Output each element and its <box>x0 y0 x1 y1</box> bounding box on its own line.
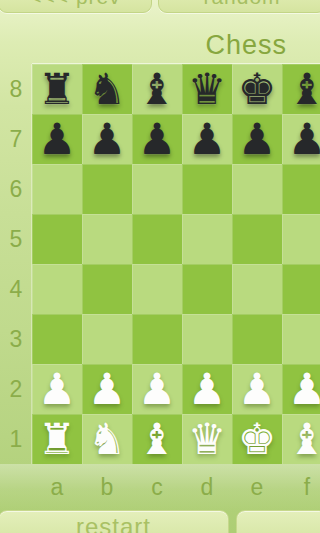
page-title: Chess <box>205 30 287 61</box>
square-a6[interactable] <box>32 164 82 214</box>
square-a2[interactable]: ♟ <box>32 364 82 414</box>
square-c2[interactable]: ♟ <box>132 364 182 414</box>
piece-black-pawn[interactable]: ♟ <box>182 114 232 164</box>
file-label-e: e <box>232 465 282 510</box>
rank-label-7: 7 <box>0 114 32 164</box>
square-f8[interactable]: ♝ <box>282 64 320 114</box>
piece-black-queen[interactable]: ♛ <box>182 64 232 114</box>
random-button[interactable]: random <box>158 0 320 13</box>
piece-white-queen[interactable]: ♛ <box>182 414 232 464</box>
file-label-a: a <box>32 465 82 510</box>
rank-label-1: 1 <box>0 414 32 464</box>
piece-black-bishop[interactable]: ♝ <box>282 64 320 114</box>
square-a5[interactable] <box>32 214 82 264</box>
piece-black-bishop[interactable]: ♝ <box>132 64 182 114</box>
square-c7[interactable]: ♟ <box>132 114 182 164</box>
square-d7[interactable]: ♟ <box>182 114 232 164</box>
square-b8[interactable]: ♞ <box>82 64 132 114</box>
square-f2[interactable]: ♟ <box>282 364 320 414</box>
rank-label-5: 5 <box>0 214 32 264</box>
square-d3[interactable] <box>182 314 232 364</box>
file-label-f: f <box>282 465 320 510</box>
square-e5[interactable] <box>232 214 282 264</box>
piece-white-pawn[interactable]: ♟ <box>232 364 282 414</box>
square-c5[interactable] <box>132 214 182 264</box>
piece-white-pawn[interactable]: ♟ <box>82 364 132 414</box>
square-b3[interactable] <box>82 314 132 364</box>
square-f4[interactable] <box>282 264 320 314</box>
rank-label-2: 2 <box>0 364 32 414</box>
square-e8[interactable]: ♚ <box>232 64 282 114</box>
square-b4[interactable] <box>82 264 132 314</box>
piece-white-pawn[interactable]: ♟ <box>282 364 320 414</box>
piece-black-knight[interactable]: ♞ <box>82 64 132 114</box>
piece-white-rook[interactable]: ♜ <box>32 414 82 464</box>
square-a8[interactable]: ♜ <box>32 64 82 114</box>
square-a3[interactable] <box>32 314 82 364</box>
square-c1[interactable]: ♝ <box>132 414 182 464</box>
square-e4[interactable] <box>232 264 282 314</box>
square-f7[interactable]: ♟ <box>282 114 320 164</box>
rank-label-4: 4 <box>0 264 32 314</box>
square-e6[interactable] <box>232 164 282 214</box>
rank-label-8: 8 <box>0 64 32 114</box>
square-f6[interactable] <box>282 164 320 214</box>
prev-button[interactable]: <<< prev <box>0 0 152 13</box>
piece-black-pawn[interactable]: ♟ <box>282 114 320 164</box>
restart-button[interactable]: restart <box>0 510 229 533</box>
piece-black-king[interactable]: ♚ <box>232 64 282 114</box>
chess-board: ♜♞♝♛♚♝♞♜♟♟♟♟♟♟♟♟♟♟♟♟♟♟♟♟♜♞♝♛♚♝♞♜ <box>32 64 320 464</box>
square-d6[interactable] <box>182 164 232 214</box>
square-a4[interactable] <box>32 264 82 314</box>
piece-white-pawn[interactable]: ♟ <box>132 364 182 414</box>
file-label-c: c <box>132 465 182 510</box>
piece-white-bishop[interactable]: ♝ <box>132 414 182 464</box>
square-c8[interactable]: ♝ <box>132 64 182 114</box>
square-c4[interactable] <box>132 264 182 314</box>
square-d2[interactable]: ♟ <box>182 364 232 414</box>
square-c3[interactable] <box>132 314 182 364</box>
square-d4[interactable] <box>182 264 232 314</box>
square-d8[interactable]: ♛ <box>182 64 232 114</box>
square-b2[interactable]: ♟ <box>82 364 132 414</box>
square-a1[interactable]: ♜ <box>32 414 82 464</box>
piece-black-pawn[interactable]: ♟ <box>232 114 282 164</box>
square-b6[interactable] <box>82 164 132 214</box>
square-f1[interactable]: ♝ <box>282 414 320 464</box>
square-d5[interactable] <box>182 214 232 264</box>
square-c6[interactable] <box>132 164 182 214</box>
chess-app-screen: <<< prev random Chess ♜♞♝♛♚♝♞♜♟♟♟♟♟♟♟♟♟♟… <box>0 0 320 533</box>
piece-black-pawn[interactable]: ♟ <box>132 114 182 164</box>
square-f5[interactable] <box>282 214 320 264</box>
piece-white-pawn[interactable]: ♟ <box>32 364 82 414</box>
square-d1[interactable]: ♛ <box>182 414 232 464</box>
square-e3[interactable] <box>232 314 282 364</box>
rank-label-6: 6 <box>0 164 32 214</box>
file-label-d: d <box>182 465 232 510</box>
square-e7[interactable]: ♟ <box>232 114 282 164</box>
square-f3[interactable] <box>282 314 320 364</box>
footer-right-button[interactable] <box>236 510 320 533</box>
square-e1[interactable]: ♚ <box>232 414 282 464</box>
piece-white-knight[interactable]: ♞ <box>82 414 132 464</box>
rank-label-3: 3 <box>0 314 32 364</box>
square-b7[interactable]: ♟ <box>82 114 132 164</box>
square-e2[interactable]: ♟ <box>232 364 282 414</box>
piece-black-pawn[interactable]: ♟ <box>32 114 82 164</box>
piece-black-rook[interactable]: ♜ <box>32 64 82 114</box>
piece-black-pawn[interactable]: ♟ <box>82 114 132 164</box>
square-b1[interactable]: ♞ <box>82 414 132 464</box>
piece-white-pawn[interactable]: ♟ <box>182 364 232 414</box>
file-label-b: b <box>82 465 132 510</box>
square-a7[interactable]: ♟ <box>32 114 82 164</box>
square-b5[interactable] <box>82 214 132 264</box>
piece-white-king[interactable]: ♚ <box>232 414 282 464</box>
piece-white-bishop[interactable]: ♝ <box>282 414 320 464</box>
